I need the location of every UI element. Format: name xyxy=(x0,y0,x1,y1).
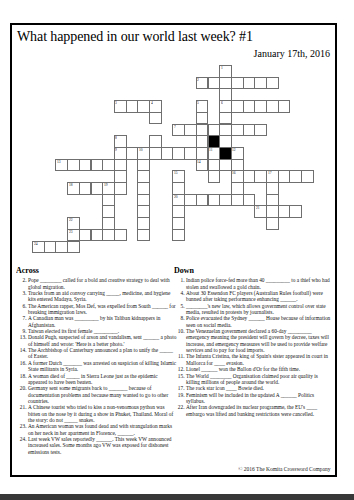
grid-cell[interactable] xyxy=(301,170,314,183)
cell-number-label: 5 xyxy=(197,101,199,105)
clue-text: Indian police force-fed more than 40 ___… xyxy=(186,277,333,290)
cell-number-label: 18 xyxy=(69,183,73,187)
clue: 24.Last week VW sales reportedly ______.… xyxy=(16,436,178,455)
clue: 23.An American woman was found dead and … xyxy=(16,423,178,436)
cell-number-label: 2 xyxy=(197,78,199,82)
clue-text: The American rapper, Mos Def, was expell… xyxy=(28,302,178,315)
clue-number: 1. xyxy=(174,277,186,290)
clue: 5.________'s new law, which allows gover… xyxy=(174,302,333,315)
clue: 2.Pope ________ called for a bold and cr… xyxy=(16,277,178,290)
clue-text: Feminism will be included in the updated… xyxy=(186,391,333,404)
clue-text: About 30 Essendon FC players (Australian… xyxy=(186,290,333,303)
clue-text: A Chinese tourist who tried to kiss a no… xyxy=(28,404,178,423)
clue-number: 21. xyxy=(16,404,28,423)
clue-text: An American woman was found dead and wit… xyxy=(28,423,178,436)
cell-number-label: 20 xyxy=(174,195,178,199)
clue: 8.Police evacuated the Sydney ______ Hou… xyxy=(174,315,333,328)
clue-number: 16. xyxy=(16,360,28,373)
clue-text: The World ________ Organisation claimed … xyxy=(186,372,333,385)
clue-text: Trucks from an aid convoy carrying _____… xyxy=(28,290,178,303)
clue: 16.A former Dutch _______ was arrested o… xyxy=(16,360,178,373)
clue-number: 7. xyxy=(16,315,28,328)
cell-number-label: 21 xyxy=(256,206,260,210)
grid-cell[interactable] xyxy=(114,229,127,242)
clue-text: Pope ________ called for a bold and crea… xyxy=(28,277,178,290)
clue-number: 13. xyxy=(16,334,28,347)
cell-number-label: 9 xyxy=(115,148,117,152)
cell-number-label: 1 xyxy=(221,66,223,70)
clue-number: 2. xyxy=(16,277,28,290)
cell-number-label: 22 xyxy=(69,218,73,222)
cell-number-label: 4 xyxy=(151,101,153,105)
clue-text: After Iran downgraded its nuclear progra… xyxy=(186,404,333,417)
clue-text: Donald Pugh, suspected of arson and vand… xyxy=(28,334,178,347)
grid-cell[interactable] xyxy=(266,77,279,90)
clue: 18.A woman died of _____ in Sierra Leone… xyxy=(16,372,178,385)
clue-number: 20. xyxy=(16,385,28,404)
across-section: Across 2.Pope ________ called for a bold… xyxy=(16,266,178,455)
clue: 1.Indian police force-fed more than 40 _… xyxy=(174,277,333,290)
clue: 11.The Infanta Cristina, the king of Spa… xyxy=(174,353,333,366)
clue: 14.The Archbishop of Canterbury announce… xyxy=(16,347,178,360)
cell-number-label: 14 xyxy=(197,160,201,164)
grid-cell[interactable] xyxy=(254,124,267,137)
clue-number: 15. xyxy=(174,372,186,385)
clue-number: 14. xyxy=(16,347,28,360)
grid-cell[interactable] xyxy=(114,182,127,195)
clue: 6.The American rapper, Mos Def, was expe… xyxy=(16,302,178,315)
across-heading: Across xyxy=(16,266,178,275)
grid-cell[interactable] xyxy=(266,217,279,230)
clue-text: The Archbishop of Canterbury announced a… xyxy=(28,347,178,360)
cell-number-label: 13 xyxy=(57,160,61,164)
clue: 15.The World ________ Organisation claim… xyxy=(174,372,333,385)
crossword-grid: 123456789101112131415161718192021222324 xyxy=(32,65,314,253)
clue: 3.Trucks from an aid convoy carrying ___… xyxy=(16,290,178,303)
scan-edge-strip xyxy=(0,494,354,500)
down-list: 1.Indian police force-fed more than 40 _… xyxy=(174,277,333,417)
clue-text: Germany sent some migrants back to _____… xyxy=(28,385,178,404)
clue: 21.A Chinese tourist who tried to kiss a… xyxy=(16,404,178,423)
clue-number: 10. xyxy=(174,328,186,353)
down-heading: Down xyxy=(174,266,333,275)
clue-text: A woman died of _____ in Sierra Leone ju… xyxy=(28,372,178,385)
grid-cell[interactable] xyxy=(289,205,302,218)
worksheet-page: What happened in our world last week? #1… xyxy=(0,0,354,500)
clue: 13.Donald Pugh, suspected of arson and v… xyxy=(16,334,178,347)
clue-text: Last week VW sales reportedly ______. Th… xyxy=(28,436,178,455)
clue-number: 8. xyxy=(174,315,186,328)
grid-cell[interactable] xyxy=(172,229,185,242)
clue-number: 3. xyxy=(16,290,28,303)
cell-number-label: 15 xyxy=(174,171,178,175)
clue-number: 22. xyxy=(174,404,186,417)
clue-number: 18. xyxy=(16,372,28,385)
copyright-notice: © 2016 The Komita Crossword Company xyxy=(238,466,330,472)
clue: 19.Feminism will be included in the upda… xyxy=(174,391,333,404)
clue-number: 4. xyxy=(174,290,186,303)
cell-number-label: 12 xyxy=(232,148,236,152)
grid-cell[interactable] xyxy=(137,229,150,242)
grid-cell[interactable] xyxy=(208,170,221,183)
clue-text: ________'s new law, which allows governm… xyxy=(186,302,333,315)
down-section: Down 1.Indian police force-fed more than… xyxy=(174,266,333,417)
clue: 20.Germany sent some migrants back to __… xyxy=(16,385,178,404)
cell-number-label: 6 xyxy=(221,101,223,105)
cell-number-label: 19 xyxy=(104,183,108,187)
clue-number: 5. xyxy=(174,302,186,315)
cell-number-label: 7 xyxy=(174,125,176,129)
cell-number-label: 16 xyxy=(232,171,236,175)
cell-number-label: 17 xyxy=(268,171,272,175)
clue-number: 24. xyxy=(16,436,28,455)
clue-number: 6. xyxy=(16,302,28,315)
across-list: 2.Pope ________ called for a bold and cr… xyxy=(16,277,178,455)
clue-number: 11. xyxy=(174,353,186,366)
clue-text: The Infanta Cristina, the king of Spain'… xyxy=(186,353,333,366)
cell-number-label: 11 xyxy=(209,148,212,152)
clue-number: 19. xyxy=(174,391,186,404)
grid-cell[interactable] xyxy=(149,112,162,125)
clue-text: A Canadian man was _________ by his Tali… xyxy=(28,315,178,328)
page-date: January 17th, 2016 xyxy=(254,48,330,59)
clue-text: Police evacuated the Sydney ______ House… xyxy=(186,315,333,328)
cell-number-label: 8 xyxy=(115,136,117,140)
clue: 10.The Venezuelan government declared a … xyxy=(174,328,333,353)
clue-text: A former Dutch _______ was arrested on s… xyxy=(28,360,178,373)
clue-text: The Venezuelan government declared a 60-… xyxy=(186,328,333,353)
grid-cell[interactable] xyxy=(278,100,291,113)
page-border: What happened in our world last week? #1… xyxy=(10,23,337,477)
clue: 4.About 30 Essendon FC players (Australi… xyxy=(174,290,333,303)
cell-number-label: 10 xyxy=(139,148,143,152)
cell-number-label: 23 xyxy=(69,230,73,234)
grid-cell[interactable] xyxy=(67,241,80,254)
page-title: What happened in our world last week? #1 xyxy=(17,29,253,45)
clue: 22.After Iran downgraded its nuclear pro… xyxy=(174,404,333,417)
clue-number: 23. xyxy=(16,423,28,436)
clue: 7.A Canadian man was _________ by his Ta… xyxy=(16,315,178,328)
cell-number-label: 3 xyxy=(115,101,117,105)
cell-number-label: 24 xyxy=(34,242,38,246)
